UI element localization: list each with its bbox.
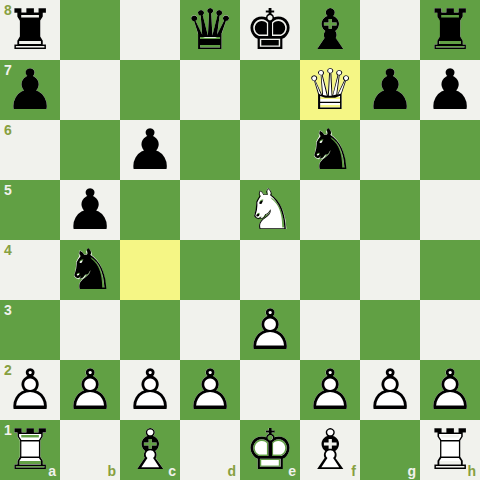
piece-white-pawn[interactable]: ♟♙ [0,360,60,420]
piece-black-knight[interactable]: ♘♞ [60,240,120,300]
square-e3[interactable]: ♟♙ [240,300,300,360]
piece-black-knight[interactable]: ♘♞ [300,120,360,180]
piece-white-pawn[interactable]: ♟♙ [180,360,240,420]
white-pawn-outline-glyph: ♙ [0,360,60,420]
piece-black-pawn[interactable]: ♙♟ [420,60,480,120]
file-label-b: b [107,464,116,478]
square-f8[interactable]: ♗♝ [300,0,360,60]
black-pawn-outline-glyph: ♟ [360,60,420,120]
square-d6[interactable] [180,120,240,180]
square-h7[interactable]: ♙♟ [420,60,480,120]
piece-white-pawn[interactable]: ♟♙ [360,360,420,420]
square-d2[interactable]: ♟♙ [180,360,240,420]
black-pawn-outline-glyph: ♟ [120,120,180,180]
piece-white-pawn[interactable]: ♟♙ [240,300,300,360]
square-d5[interactable] [180,180,240,240]
piece-white-bishop[interactable]: ♝♗ [300,420,360,480]
file-label-g: g [407,464,416,478]
square-a1[interactable]: 1a♜♖ [0,420,60,480]
square-c2[interactable]: ♟♙ [120,360,180,420]
square-h6[interactable] [420,120,480,180]
square-h2[interactable]: ♟♙ [420,360,480,420]
piece-white-pawn[interactable]: ♟♙ [60,360,120,420]
square-b2[interactable]: ♟♙ [60,360,120,420]
piece-white-knight[interactable]: ♞♘ [240,180,300,240]
piece-black-rook[interactable]: ♖♜ [420,0,480,60]
square-d3[interactable] [180,300,240,360]
square-e6[interactable] [240,120,300,180]
square-f5[interactable] [300,180,360,240]
square-h8[interactable]: ♖♜ [420,0,480,60]
black-bishop-outline-glyph: ♝ [300,0,360,60]
rank-label-5: 5 [4,183,12,197]
piece-black-pawn[interactable]: ♙♟ [60,180,120,240]
square-f1[interactable]: f♝♗ [300,420,360,480]
square-d1[interactable]: d [180,420,240,480]
piece-black-pawn[interactable]: ♙♟ [360,60,420,120]
square-b7[interactable] [60,60,120,120]
black-rook-outline-glyph: ♜ [420,0,480,60]
rank-label-3: 3 [4,303,12,317]
piece-white-king[interactable]: ♚♔ [240,420,300,480]
square-c7[interactable] [120,60,180,120]
white-pawn-outline-glyph: ♙ [180,360,240,420]
square-b6[interactable] [60,120,120,180]
black-pawn-outline-glyph: ♟ [60,180,120,240]
square-d8[interactable]: ♕♛ [180,0,240,60]
white-knight-outline-glyph: ♘ [240,180,300,240]
piece-black-king[interactable]: ♔♚ [240,0,300,60]
white-rook-outline-glyph: ♖ [420,420,480,480]
square-e2[interactable] [240,360,300,420]
black-rook-outline-glyph: ♜ [0,0,60,60]
black-pawn-outline-glyph: ♟ [0,60,60,120]
square-a6[interactable]: 6 [0,120,60,180]
piece-white-queen[interactable]: ♛♕ [300,60,360,120]
square-b4[interactable]: ♘♞ [60,240,120,300]
white-bishop-outline-glyph: ♗ [300,420,360,480]
black-pawn-outline-glyph: ♟ [420,60,480,120]
black-knight-outline-glyph: ♞ [300,120,360,180]
piece-black-pawn[interactable]: ♙♟ [0,60,60,120]
square-h5[interactable] [420,180,480,240]
white-pawn-outline-glyph: ♙ [360,360,420,420]
piece-white-pawn[interactable]: ♟♙ [300,360,360,420]
square-g7[interactable]: ♙♟ [360,60,420,120]
piece-white-pawn[interactable]: ♟♙ [420,360,480,420]
white-pawn-outline-glyph: ♙ [420,360,480,420]
square-b5[interactable]: ♙♟ [60,180,120,240]
white-bishop-outline-glyph: ♗ [120,420,180,480]
square-f4[interactable] [300,240,360,300]
piece-white-pawn[interactable]: ♟♙ [120,360,180,420]
white-rook-outline-glyph: ♖ [0,420,60,480]
white-pawn-outline-glyph: ♙ [60,360,120,420]
piece-black-pawn[interactable]: ♙♟ [120,120,180,180]
white-pawn-outline-glyph: ♙ [120,360,180,420]
square-g4[interactable] [360,240,420,300]
square-a5[interactable]: 5 [0,180,60,240]
square-c4[interactable] [120,240,180,300]
chess-board: 8♖♜♕♛♔♚♗♝♖♜7♙♟♛♕♙♟♙♟6♙♟♘♞5♙♟♞♘4♘♞3♟♙2♟♙♟… [0,0,480,480]
square-b3[interactable] [60,300,120,360]
piece-white-rook[interactable]: ♜♖ [420,420,480,480]
piece-black-bishop[interactable]: ♗♝ [300,0,360,60]
rank-label-6: 6 [4,123,12,137]
square-e5[interactable]: ♞♘ [240,180,300,240]
square-f7[interactable]: ♛♕ [300,60,360,120]
square-b8[interactable] [60,0,120,60]
square-e1[interactable]: e♚♔ [240,420,300,480]
black-king-outline-glyph: ♚ [240,0,300,60]
square-a2[interactable]: 2♟♙ [0,360,60,420]
square-d4[interactable] [180,240,240,300]
square-e4[interactable] [240,240,300,300]
square-f2[interactable]: ♟♙ [300,360,360,420]
square-f3[interactable] [300,300,360,360]
square-e7[interactable] [240,60,300,120]
square-g2[interactable]: ♟♙ [360,360,420,420]
square-c3[interactable] [120,300,180,360]
square-c5[interactable] [120,180,180,240]
file-label-d: d [227,464,236,478]
square-e8[interactable]: ♔♚ [240,0,300,60]
square-a3[interactable]: 3 [0,300,60,360]
rank-label-4: 4 [4,243,12,257]
white-pawn-outline-glyph: ♙ [240,300,300,360]
square-h3[interactable] [420,300,480,360]
square-c1[interactable]: c♝♗ [120,420,180,480]
square-a7[interactable]: 7♙♟ [0,60,60,120]
white-king-outline-glyph: ♔ [240,420,300,480]
piece-white-bishop[interactable]: ♝♗ [120,420,180,480]
square-g3[interactable] [360,300,420,360]
square-a4[interactable]: 4 [0,240,60,300]
piece-white-rook[interactable]: ♜♖ [0,420,60,480]
square-d7[interactable] [180,60,240,120]
piece-black-queen[interactable]: ♕♛ [180,0,240,60]
square-c8[interactable] [120,0,180,60]
square-a8[interactable]: 8♖♜ [0,0,60,60]
black-queen-outline-glyph: ♛ [180,0,240,60]
square-g5[interactable] [360,180,420,240]
square-h1[interactable]: h♜♖ [420,420,480,480]
white-pawn-outline-glyph: ♙ [300,360,360,420]
square-g8[interactable] [360,0,420,60]
square-g6[interactable] [360,120,420,180]
square-b1[interactable]: b [60,420,120,480]
square-g1[interactable]: g [360,420,420,480]
white-queen-outline-glyph: ♕ [300,60,360,120]
square-c6[interactable]: ♙♟ [120,120,180,180]
square-f6[interactable]: ♘♞ [300,120,360,180]
piece-black-rook[interactable]: ♖♜ [0,0,60,60]
black-knight-outline-glyph: ♞ [60,240,120,300]
square-h4[interactable] [420,240,480,300]
